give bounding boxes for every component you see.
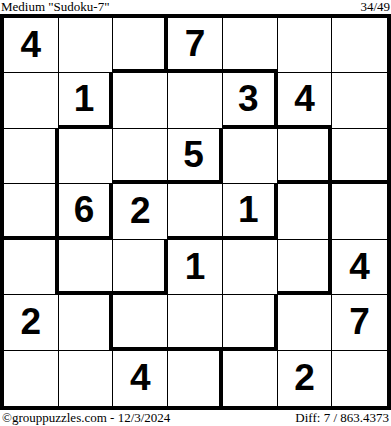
sudoku-grid: 471345621142742	[0, 14, 391, 410]
cell-r1c4: 7	[168, 18, 223, 73]
cell-r5c6	[278, 240, 333, 295]
cell-r2c6: 4	[278, 73, 333, 128]
cell-r6c2	[59, 295, 114, 350]
cell-r2c1	[4, 73, 59, 128]
cell-r3c6	[278, 129, 333, 184]
copyright-date: ©grouppuzzles.com - 12/3/2024	[2, 411, 170, 425]
cell-r4c5: 1	[223, 184, 278, 239]
cell-r6c5	[223, 295, 278, 350]
cell-r4c3: 2	[113, 184, 168, 239]
puzzle-title: Medium "Sudoku-7"	[1, 0, 109, 14]
cell-r6c7: 7	[332, 295, 387, 350]
cell-r5c5	[223, 240, 278, 295]
cell-r5c3	[113, 240, 168, 295]
cell-r5c7: 4	[332, 240, 387, 295]
cell-r4c7	[332, 184, 387, 239]
cell-r7c4	[168, 351, 223, 406]
cell-r2c5: 3	[223, 73, 278, 128]
cell-r2c4	[168, 73, 223, 128]
cells-counter: 34/49	[360, 0, 390, 14]
cell-r6c3	[113, 295, 168, 350]
cell-r3c5	[223, 129, 278, 184]
difficulty-rating: Diff: 7 / 863.4373	[295, 411, 389, 425]
cell-r1c1: 4	[4, 18, 59, 73]
cell-r2c2: 1	[59, 73, 114, 128]
footer: ©grouppuzzles.com - 12/3/2024 Diff: 7 / …	[0, 411, 391, 426]
cell-r3c7	[332, 129, 387, 184]
cell-r1c7	[332, 18, 387, 73]
cell-r4c2: 6	[59, 184, 114, 239]
cell-r7c3: 4	[113, 351, 168, 406]
cell-r2c7	[332, 73, 387, 128]
cell-r5c1	[4, 240, 59, 295]
cell-r7c6: 2	[278, 351, 333, 406]
cell-r4c4	[168, 184, 223, 239]
cell-r7c7	[332, 351, 387, 406]
cell-r5c4: 1	[168, 240, 223, 295]
cell-r3c4: 5	[168, 129, 223, 184]
cell-r7c2	[59, 351, 114, 406]
cell-r5c2	[59, 240, 114, 295]
cell-r1c6	[278, 18, 333, 73]
cell-r3c2	[59, 129, 114, 184]
cell-r1c3	[113, 18, 168, 73]
cell-r6c4	[168, 295, 223, 350]
cell-r7c1	[4, 351, 59, 406]
cell-r6c1: 2	[4, 295, 59, 350]
cell-r3c3	[113, 129, 168, 184]
cell-r4c1	[4, 184, 59, 239]
cell-r1c2	[59, 18, 114, 73]
cell-r4c6	[278, 184, 333, 239]
header: Medium "Sudoku-7" 34/49	[0, 0, 391, 14]
puzzle-page: Medium "Sudoku-7" 34/49 471345621142742 …	[0, 0, 391, 426]
cell-r1c5	[223, 18, 278, 73]
cell-r6c6	[278, 295, 333, 350]
cell-r2c3	[113, 73, 168, 128]
cell-r3c1	[4, 129, 59, 184]
cell-r7c5	[223, 351, 278, 406]
